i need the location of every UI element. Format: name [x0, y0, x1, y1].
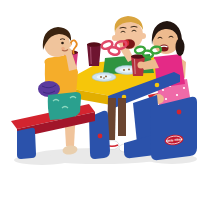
red-screw-right — [177, 110, 182, 115]
bench-left-leg — [17, 128, 36, 159]
picnic-table-scene: little tikes — [0, 0, 200, 200]
cup-maroon — [87, 42, 101, 66]
red-screw-left — [98, 134, 103, 139]
plate-1 — [92, 73, 116, 82]
table-end-panel: little tikes — [150, 97, 197, 160]
product-photo: little tikes — [0, 0, 200, 200]
